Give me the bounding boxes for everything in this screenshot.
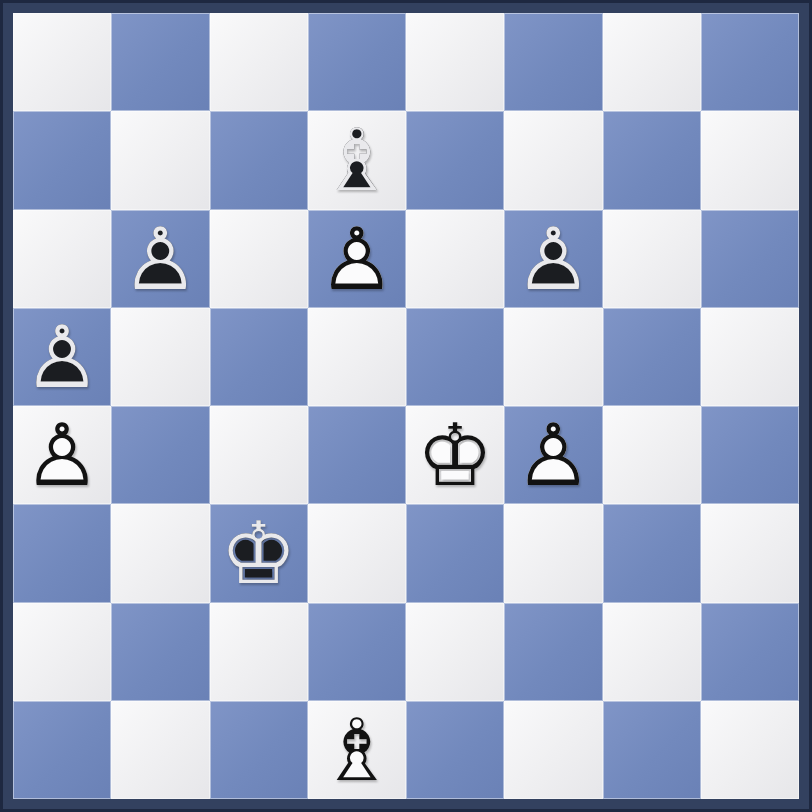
square-h6[interactable]: [701, 210, 799, 308]
square-b5[interactable]: [111, 308, 209, 406]
square-g3[interactable]: [603, 504, 701, 602]
square-h8[interactable]: [701, 13, 799, 111]
square-a2[interactable]: [13, 603, 111, 701]
square-d5[interactable]: [308, 308, 406, 406]
square-f6[interactable]: ♟♙: [504, 210, 602, 308]
square-c4[interactable]: [210, 406, 308, 504]
square-c8[interactable]: [210, 13, 308, 111]
pawn-glyph-detail: ♙: [111, 210, 209, 308]
pawn-glyph-detail: ♙: [504, 210, 602, 308]
square-a5[interactable]: ♟♙: [13, 308, 111, 406]
square-b2[interactable]: [111, 603, 209, 701]
king-glyph-detail: ♔: [210, 504, 308, 602]
square-f5[interactable]: [504, 308, 602, 406]
square-a6[interactable]: [13, 210, 111, 308]
square-b4[interactable]: [111, 406, 209, 504]
square-e5[interactable]: [406, 308, 504, 406]
square-f2[interactable]: [504, 603, 602, 701]
piece-white-pawn[interactable]: ♟♙: [504, 406, 602, 504]
square-c5[interactable]: [210, 308, 308, 406]
square-f8[interactable]: [504, 13, 602, 111]
pawn-glyph-detail: ♙: [308, 210, 406, 308]
square-e4[interactable]: ♚♔: [406, 406, 504, 504]
square-c1[interactable]: [210, 701, 308, 799]
square-f1[interactable]: [504, 701, 602, 799]
pawn-glyph-detail: ♙: [13, 406, 111, 504]
square-h1[interactable]: [701, 701, 799, 799]
square-c2[interactable]: [210, 603, 308, 701]
square-b8[interactable]: [111, 13, 209, 111]
square-f4[interactable]: ♟♙: [504, 406, 602, 504]
square-c7[interactable]: [210, 111, 308, 209]
piece-black-pawn[interactable]: ♟♙: [111, 210, 209, 308]
square-b1[interactable]: [111, 701, 209, 799]
square-b3[interactable]: [111, 504, 209, 602]
square-g2[interactable]: [603, 603, 701, 701]
square-h4[interactable]: [701, 406, 799, 504]
piece-white-bishop[interactable]: ♝♗: [308, 701, 406, 799]
square-g1[interactable]: [603, 701, 701, 799]
bishop-glyph-detail: ♗: [308, 111, 406, 209]
piece-white-king[interactable]: ♚♔: [406, 406, 504, 504]
square-a3[interactable]: [13, 504, 111, 602]
square-d6[interactable]: ♟♙: [308, 210, 406, 308]
pawn-glyph-detail: ♙: [504, 406, 602, 504]
square-h7[interactable]: [701, 111, 799, 209]
piece-white-pawn[interactable]: ♟♙: [13, 406, 111, 504]
square-d2[interactable]: [308, 603, 406, 701]
square-h5[interactable]: [701, 308, 799, 406]
square-b7[interactable]: [111, 111, 209, 209]
piece-black-king[interactable]: ♚♔: [210, 504, 308, 602]
piece-white-pawn[interactable]: ♟♙: [308, 210, 406, 308]
square-d7[interactable]: ♝♗: [308, 111, 406, 209]
square-h3[interactable]: [701, 504, 799, 602]
square-a8[interactable]: [13, 13, 111, 111]
square-h2[interactable]: [701, 603, 799, 701]
square-b6[interactable]: ♟♙: [111, 210, 209, 308]
square-d3[interactable]: [308, 504, 406, 602]
square-c6[interactable]: [210, 210, 308, 308]
square-c3[interactable]: ♚♔: [210, 504, 308, 602]
square-e7[interactable]: [406, 111, 504, 209]
square-d4[interactable]: [308, 406, 406, 504]
pawn-glyph-detail: ♙: [13, 308, 111, 406]
square-e2[interactable]: [406, 603, 504, 701]
square-e6[interactable]: [406, 210, 504, 308]
square-e1[interactable]: [406, 701, 504, 799]
square-a7[interactable]: [13, 111, 111, 209]
square-e8[interactable]: [406, 13, 504, 111]
piece-black-pawn[interactable]: ♟♙: [504, 210, 602, 308]
square-d1[interactable]: ♝♗: [308, 701, 406, 799]
square-g4[interactable]: [603, 406, 701, 504]
square-a4[interactable]: ♟♙: [13, 406, 111, 504]
square-e3[interactable]: [406, 504, 504, 602]
chess-board: ♝♗♟♙♟♙♟♙♟♙♟♙♚♔♟♙♚♔♝♗: [13, 13, 799, 799]
board-frame: ♝♗♟♙♟♙♟♙♟♙♟♙♚♔♟♙♚♔♝♗: [0, 0, 812, 812]
square-f3[interactable]: [504, 504, 602, 602]
piece-black-pawn[interactable]: ♟♙: [13, 308, 111, 406]
square-a1[interactable]: [13, 701, 111, 799]
square-f7[interactable]: [504, 111, 602, 209]
square-g8[interactable]: [603, 13, 701, 111]
square-d8[interactable]: [308, 13, 406, 111]
bishop-glyph-detail: ♗: [308, 701, 406, 799]
king-glyph-detail: ♔: [406, 406, 504, 504]
piece-black-bishop[interactable]: ♝♗: [308, 111, 406, 209]
square-g5[interactable]: [603, 308, 701, 406]
square-g6[interactable]: [603, 210, 701, 308]
square-g7[interactable]: [603, 111, 701, 209]
